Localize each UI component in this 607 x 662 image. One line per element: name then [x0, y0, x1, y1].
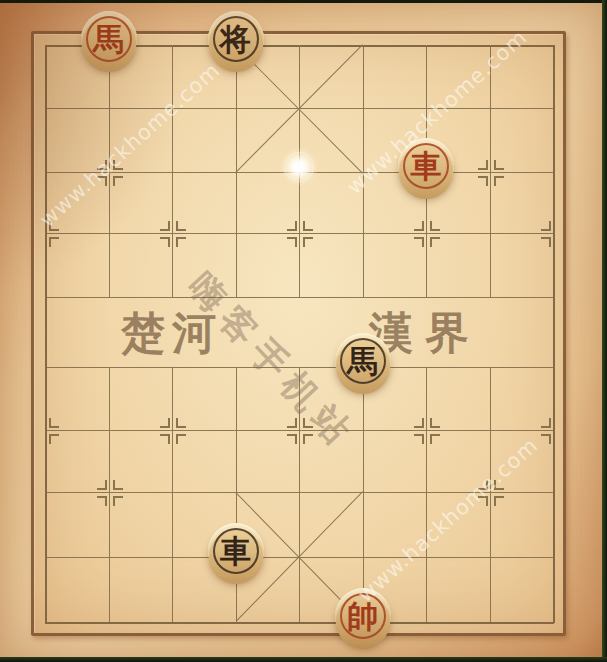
point-marker-bracket	[160, 418, 170, 428]
grid-vline	[172, 45, 173, 297]
point-marker-bracket	[430, 237, 440, 247]
point-marker-bracket	[494, 176, 504, 186]
grid-vline	[109, 367, 110, 622]
point-marker-bracket	[160, 221, 170, 231]
point-marker-bracket	[414, 221, 424, 231]
frame-strip-bottom	[0, 657, 607, 662]
point-marker-bracket	[414, 434, 424, 444]
point-marker-bracket	[97, 176, 107, 186]
piece-red-horse[interactable]: 馬	[81, 11, 137, 67]
point-marker-bracket	[160, 237, 170, 247]
frame-strip-right	[602, 0, 607, 662]
point-marker-bracket	[494, 160, 504, 170]
point-marker-bracket	[478, 160, 488, 170]
grid-hline	[45, 622, 554, 624]
point-marker-bracket	[303, 434, 313, 444]
point-marker-bracket	[49, 434, 59, 444]
point-marker-bracket	[478, 480, 488, 490]
point-marker-bracket	[113, 160, 123, 170]
river-label-left: 楚河	[121, 304, 223, 363]
point-marker-bracket	[541, 434, 551, 444]
piece-red-general[interactable]: 帥	[335, 588, 391, 644]
point-marker-bracket	[430, 434, 440, 444]
point-marker-bracket	[176, 434, 186, 444]
piece-black-general[interactable]: 将	[208, 11, 264, 67]
grid-vline	[45, 45, 47, 623]
point-marker-bracket	[97, 160, 107, 170]
point-marker-bracket	[176, 237, 186, 247]
xiangqi-board[interactable]: 楚河 漢界	[45, 45, 554, 623]
grid-vline	[172, 367, 173, 622]
point-marker-bracket	[49, 237, 59, 247]
point-marker-bracket	[113, 480, 123, 490]
point-marker-bracket	[97, 496, 107, 506]
point-marker-bracket	[414, 418, 424, 428]
piece-glyph: 車	[220, 536, 251, 567]
piece-glyph: 帥	[347, 601, 378, 632]
point-marker-bracket	[97, 480, 107, 490]
grid-vline	[299, 367, 300, 622]
point-marker-bracket	[541, 221, 551, 231]
point-marker-bracket	[287, 221, 297, 231]
grid-vline	[490, 45, 491, 297]
point-marker-bracket	[287, 434, 297, 444]
point-marker-bracket	[303, 237, 313, 247]
point-marker-bracket	[287, 237, 297, 247]
piece-glyph: 車	[411, 151, 442, 182]
point-marker-bracket	[494, 480, 504, 490]
point-marker-bracket	[303, 418, 313, 428]
point-marker-bracket	[176, 221, 186, 231]
piece-glyph: 将	[220, 24, 251, 55]
move-highlight-sparkle	[279, 147, 319, 187]
point-marker-bracket	[160, 434, 170, 444]
point-marker-bracket	[478, 496, 488, 506]
frame-strip-top	[0, 0, 607, 3]
point-marker-bracket	[113, 176, 123, 186]
point-marker-bracket	[494, 496, 504, 506]
grid-vline	[490, 367, 491, 622]
grid-vline	[553, 45, 555, 623]
point-marker-bracket	[414, 237, 424, 247]
point-marker-bracket	[541, 237, 551, 247]
grid-hline	[45, 297, 554, 298]
piece-black-horse[interactable]: 馬	[335, 333, 391, 389]
piece-glyph: 馬	[93, 24, 124, 55]
grid-vline	[363, 367, 364, 622]
grid-vline	[109, 45, 110, 297]
point-marker-bracket	[49, 221, 59, 231]
point-marker-bracket	[430, 418, 440, 428]
piece-red-chariot[interactable]: 車	[398, 138, 454, 194]
point-marker-bracket	[49, 418, 59, 428]
point-marker-bracket	[176, 418, 186, 428]
point-marker-bracket	[430, 221, 440, 231]
point-marker-bracket	[113, 496, 123, 506]
grid-vline	[426, 367, 427, 622]
piece-glyph: 馬	[347, 346, 378, 377]
point-marker-bracket	[287, 418, 297, 428]
piece-black-chariot[interactable]: 車	[208, 523, 264, 579]
point-marker-bracket	[541, 418, 551, 428]
point-marker-bracket	[303, 221, 313, 231]
xiangqi-game-screenshot: 楚河 漢界 www.hackhome.com www.hackhome.com …	[0, 0, 607, 662]
grid-vline	[363, 45, 364, 297]
point-marker-bracket	[478, 176, 488, 186]
